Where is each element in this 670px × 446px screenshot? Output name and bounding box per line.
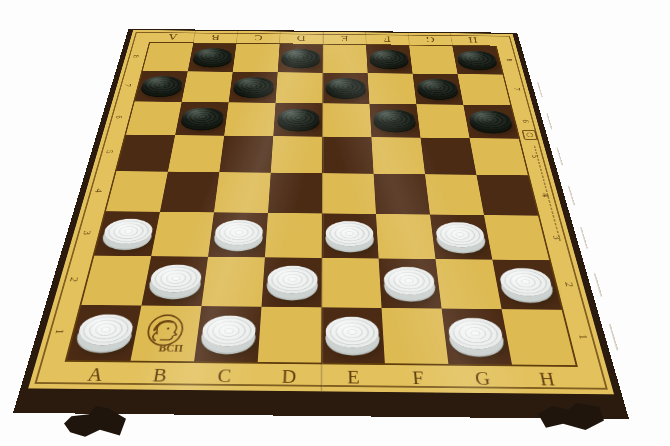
black-piece-h6[interactable]: [467, 110, 513, 130]
square-g7[interactable]: [413, 74, 464, 105]
white-piece-g3[interactable]: [434, 222, 487, 248]
file-top-f: F: [365, 32, 409, 45]
black-piece-c7[interactable]: [232, 77, 274, 95]
white-piece-d2[interactable]: [266, 265, 318, 294]
square-c8[interactable]: [233, 44, 280, 73]
square-a4[interactable]: [106, 171, 168, 212]
square-e5[interactable]: [322, 137, 373, 174]
square-e7[interactable]: [323, 73, 370, 104]
square-d2[interactable]: [261, 257, 321, 307]
square-a8[interactable]: [143, 43, 194, 72]
square-b2[interactable]: [141, 256, 208, 306]
square-f1[interactable]: [382, 308, 449, 364]
square-g6[interactable]: [416, 104, 469, 138]
square-g1[interactable]: [442, 309, 512, 365]
square-e6[interactable]: [322, 103, 371, 137]
white-piece-g1[interactable]: [446, 317, 505, 349]
vsp-logo-text: ВСП: [157, 342, 183, 353]
white-piece-e1[interactable]: [325, 316, 380, 348]
square-c7[interactable]: [229, 72, 278, 103]
square-h2[interactable]: [492, 260, 561, 310]
black-piece-a7[interactable]: [140, 76, 184, 94]
checkers-board: ABCDEFGH ABCDEFGH 87654321 87654321 ВСП: [13, 29, 629, 419]
square-e1[interactable]: [321, 307, 385, 363]
square-b5[interactable]: [168, 135, 224, 172]
square-d3[interactable]: [265, 213, 322, 258]
file-top-b: B: [193, 31, 238, 44]
square-b7[interactable]: [182, 71, 233, 102]
file-bottom-b: B: [125, 361, 194, 390]
black-piece-g7[interactable]: [416, 79, 459, 97]
square-f6[interactable]: [369, 104, 420, 138]
square-g3[interactable]: [430, 215, 492, 260]
square-d8[interactable]: [278, 44, 323, 73]
square-g8[interactable]: [409, 45, 457, 74]
square-d7[interactable]: [276, 72, 323, 103]
square-h8[interactable]: [452, 46, 502, 75]
white-piece-c1[interactable]: [200, 315, 257, 347]
file-bottom-g: G: [448, 364, 517, 393]
square-b6[interactable]: [175, 102, 229, 136]
square-f7[interactable]: [368, 73, 417, 104]
square-h7[interactable]: [458, 74, 511, 105]
square-a2[interactable]: [81, 256, 151, 306]
black-piece-f6[interactable]: [373, 109, 417, 129]
square-d6[interactable]: [273, 103, 322, 137]
square-d4[interactable]: [268, 173, 322, 214]
black-piece-e7[interactable]: [325, 78, 366, 96]
square-g4[interactable]: [425, 174, 484, 215]
square-h3[interactable]: [484, 215, 549, 260]
file-bottom-a: A: [59, 360, 130, 389]
vsp-boy-logo: ВСП: [137, 310, 195, 356]
file-bottom-c: C: [190, 361, 257, 390]
file-top-e: E: [322, 32, 365, 45]
file-top-d: D: [279, 32, 322, 45]
square-e3[interactable]: [322, 213, 379, 258]
black-piece-b6[interactable]: [180, 107, 225, 127]
black-piece-h8[interactable]: [456, 50, 498, 67]
square-b4[interactable]: [160, 172, 219, 213]
file-top-g: G: [407, 33, 452, 46]
white-piece-f2[interactable]: [383, 266, 437, 295]
file-bottom-f: F: [385, 363, 452, 392]
square-f3[interactable]: [376, 214, 435, 259]
white-piece-a3[interactable]: [101, 218, 156, 244]
file-bottom-h: H: [512, 365, 583, 394]
square-c1[interactable]: [194, 306, 261, 362]
file-top-h: H: [450, 33, 496, 46]
file-bottom-e: E: [321, 363, 386, 392]
square-f5[interactable]: [371, 137, 425, 174]
black-piece-d6[interactable]: [277, 108, 320, 128]
square-d1[interactable]: [258, 307, 322, 363]
white-piece-a1[interactable]: [75, 314, 137, 346]
white-piece-c3[interactable]: [213, 219, 264, 245]
file-top-c: C: [236, 31, 280, 44]
board-projection: ABCDEFGH ABCDEFGH 87654321 87654321 ВСП: [13, 0, 633, 419]
white-piece-e3[interactable]: [325, 220, 374, 246]
square-c5[interactable]: [219, 136, 273, 173]
square-c6[interactable]: [224, 102, 275, 136]
square-e2[interactable]: [322, 258, 382, 308]
square-f8[interactable]: [366, 45, 413, 74]
square-a7[interactable]: [135, 71, 188, 102]
square-a1[interactable]: [67, 305, 141, 361]
square-h5[interactable]: [470, 138, 528, 175]
file-bottom-d: D: [256, 362, 322, 391]
photo-scene: ABCDEFGH ABCDEFGH 87654321 87654321 ВСП: [0, 0, 670, 446]
square-h1[interactable]: [502, 309, 576, 365]
black-piece-d8[interactable]: [281, 49, 320, 66]
black-piece-f8[interactable]: [369, 50, 409, 67]
white-piece-b2[interactable]: [148, 264, 204, 293]
square-b1[interactable]: ВСП: [131, 306, 202, 362]
square-a3[interactable]: [94, 211, 160, 256]
square-c4[interactable]: [214, 172, 271, 213]
square-e4[interactable]: [322, 173, 376, 214]
square-b8[interactable]: [188, 43, 237, 72]
manufacturer-emblem: [522, 130, 538, 140]
square-g2[interactable]: [435, 259, 501, 309]
white-piece-h2[interactable]: [497, 267, 555, 296]
square-h4[interactable]: [476, 175, 538, 216]
square-f2[interactable]: [379, 258, 442, 308]
square-c3[interactable]: [208, 212, 268, 257]
file-top-a: A: [150, 30, 195, 43]
square-e8[interactable]: [323, 45, 368, 74]
square-d5[interactable]: [271, 136, 323, 173]
square-a6[interactable]: [126, 101, 182, 135]
square-f4[interactable]: [374, 174, 430, 215]
square-a5[interactable]: [116, 135, 175, 172]
square-c2[interactable]: [201, 257, 264, 307]
square-b3[interactable]: [151, 212, 214, 257]
square-h6[interactable]: [463, 105, 518, 139]
black-piece-b8[interactable]: [192, 48, 233, 65]
square-g5[interactable]: [421, 138, 477, 175]
